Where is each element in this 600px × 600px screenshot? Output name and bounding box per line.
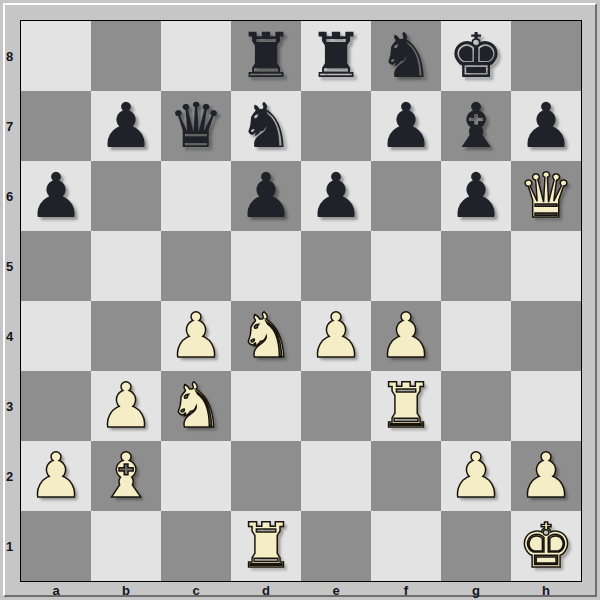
chess-board: ♜♜♞♚♟♛♞♟♝♟♟♟♟♟♛♟♞♟♟♟♞♜♟♝♟♟♜♚ <box>20 20 582 582</box>
file-label-c: c <box>161 582 231 599</box>
rank-label-2: 2 <box>0 441 19 511</box>
square-f7[interactable]: ♟ <box>371 91 441 161</box>
square-a1[interactable] <box>21 511 91 581</box>
square-h7[interactable]: ♟ <box>511 91 581 161</box>
square-a4[interactable] <box>21 301 91 371</box>
file-label-e: e <box>301 582 371 599</box>
file-label-d: d <box>231 582 301 599</box>
black-pawn-b7[interactable]: ♟ <box>98 91 154 161</box>
white-pawn-e4[interactable]: ♟ <box>308 301 364 371</box>
square-b4[interactable] <box>91 301 161 371</box>
white-pawn-c4[interactable]: ♟ <box>168 301 224 371</box>
square-c7[interactable]: ♛ <box>161 91 231 161</box>
white-pawn-g2[interactable]: ♟ <box>448 441 504 511</box>
square-g1[interactable] <box>441 511 511 581</box>
square-f1[interactable] <box>371 511 441 581</box>
black-king-g8[interactable]: ♚ <box>448 21 504 91</box>
chess-board-panel: ♜♜♞♚♟♛♞♟♝♟♟♟♟♟♛♟♞♟♟♟♞♜♟♝♟♟♜♚ 87654321 ab… <box>0 0 600 600</box>
square-b3[interactable]: ♟ <box>91 371 161 441</box>
square-f3[interactable]: ♜ <box>371 371 441 441</box>
black-knight-f8[interactable]: ♞ <box>378 21 434 91</box>
white-knight-d4[interactable]: ♞ <box>238 301 294 371</box>
square-h4[interactable] <box>511 301 581 371</box>
square-b5[interactable] <box>91 231 161 301</box>
square-e2[interactable] <box>301 441 371 511</box>
square-e5[interactable] <box>301 231 371 301</box>
square-c8[interactable] <box>161 21 231 91</box>
rank-label-1: 1 <box>0 511 19 581</box>
square-b7[interactable]: ♟ <box>91 91 161 161</box>
file-label-h: h <box>511 582 581 599</box>
square-g6[interactable]: ♟ <box>441 161 511 231</box>
square-a8[interactable] <box>21 21 91 91</box>
black-pawn-g6[interactable]: ♟ <box>448 161 504 231</box>
black-pawn-e6[interactable]: ♟ <box>308 161 364 231</box>
black-pawn-h7[interactable]: ♟ <box>518 91 574 161</box>
square-f8[interactable]: ♞ <box>371 21 441 91</box>
square-e1[interactable] <box>301 511 371 581</box>
black-pawn-f7[interactable]: ♟ <box>378 91 434 161</box>
square-c1[interactable] <box>161 511 231 581</box>
file-label-g: g <box>441 582 511 599</box>
white-pawn-f4[interactable]: ♟ <box>378 301 434 371</box>
square-g4[interactable] <box>441 301 511 371</box>
square-d8[interactable]: ♜ <box>231 21 301 91</box>
white-pawn-a2[interactable]: ♟ <box>28 441 84 511</box>
square-a3[interactable] <box>21 371 91 441</box>
white-bishop-b2[interactable]: ♝ <box>98 441 154 511</box>
white-rook-f3[interactable]: ♜ <box>378 371 434 441</box>
square-g5[interactable] <box>441 231 511 301</box>
square-h1[interactable]: ♚ <box>511 511 581 581</box>
square-a5[interactable] <box>21 231 91 301</box>
square-g2[interactable]: ♟ <box>441 441 511 511</box>
black-bishop-g7[interactable]: ♝ <box>448 91 504 161</box>
white-rook-d1[interactable]: ♜ <box>238 511 294 581</box>
black-queen-c7[interactable]: ♛ <box>168 91 224 161</box>
square-b1[interactable] <box>91 511 161 581</box>
square-a6[interactable]: ♟ <box>21 161 91 231</box>
file-label-a: a <box>21 582 91 599</box>
square-h8[interactable] <box>511 21 581 91</box>
square-d2[interactable] <box>231 441 301 511</box>
file-label-b: b <box>91 582 161 599</box>
white-pawn-b3[interactable]: ♟ <box>98 371 154 441</box>
rank-label-6: 6 <box>0 161 19 231</box>
square-e7[interactable] <box>301 91 371 161</box>
square-b6[interactable] <box>91 161 161 231</box>
square-a2[interactable]: ♟ <box>21 441 91 511</box>
square-b8[interactable] <box>91 21 161 91</box>
square-h6[interactable]: ♛ <box>511 161 581 231</box>
black-pawn-a6[interactable]: ♟ <box>28 161 84 231</box>
rank-label-4: 4 <box>0 301 19 371</box>
black-pawn-d6[interactable]: ♟ <box>238 161 294 231</box>
white-king-h1[interactable]: ♚ <box>518 511 574 581</box>
square-f6[interactable] <box>371 161 441 231</box>
square-h3[interactable] <box>511 371 581 441</box>
square-h5[interactable] <box>511 231 581 301</box>
black-rook-d8[interactable]: ♜ <box>238 21 294 91</box>
square-d7[interactable]: ♞ <box>231 91 301 161</box>
square-g3[interactable] <box>441 371 511 441</box>
rank-label-8: 8 <box>0 21 19 91</box>
square-c4[interactable]: ♟ <box>161 301 231 371</box>
square-f4[interactable]: ♟ <box>371 301 441 371</box>
white-pawn-h2[interactable]: ♟ <box>518 441 574 511</box>
square-c5[interactable] <box>161 231 231 301</box>
square-d5[interactable] <box>231 231 301 301</box>
file-label-f: f <box>371 582 441 599</box>
white-knight-c3[interactable]: ♞ <box>168 371 224 441</box>
square-e6[interactable]: ♟ <box>301 161 371 231</box>
square-c6[interactable] <box>161 161 231 231</box>
square-f2[interactable] <box>371 441 441 511</box>
square-g8[interactable]: ♚ <box>441 21 511 91</box>
rank-label-3: 3 <box>0 371 19 441</box>
black-knight-d7[interactable]: ♞ <box>238 91 294 161</box>
square-g7[interactable]: ♝ <box>441 91 511 161</box>
square-e4[interactable]: ♟ <box>301 301 371 371</box>
square-f5[interactable] <box>371 231 441 301</box>
square-h2[interactable]: ♟ <box>511 441 581 511</box>
square-d1[interactable]: ♜ <box>231 511 301 581</box>
square-d6[interactable]: ♟ <box>231 161 301 231</box>
square-e3[interactable] <box>301 371 371 441</box>
square-d3[interactable] <box>231 371 301 441</box>
white-queen-h6[interactable]: ♛ <box>518 161 574 231</box>
rank-label-7: 7 <box>0 91 19 161</box>
square-c2[interactable] <box>161 441 231 511</box>
square-e8[interactable]: ♜ <box>301 21 371 91</box>
rank-label-5: 5 <box>0 231 19 301</box>
black-rook-e8[interactable]: ♜ <box>308 21 364 91</box>
square-c3[interactable]: ♞ <box>161 371 231 441</box>
square-d4[interactable]: ♞ <box>231 301 301 371</box>
square-a7[interactable] <box>21 91 91 161</box>
square-b2[interactable]: ♝ <box>91 441 161 511</box>
